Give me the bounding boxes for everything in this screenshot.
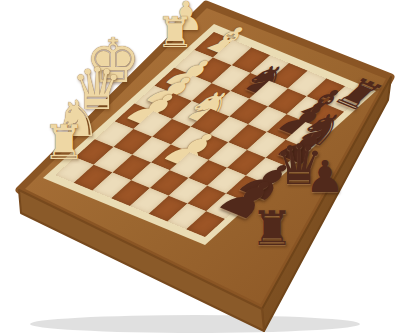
ground-shadow [30,315,360,333]
chess-set-photo: ♝♜♞♝♟♟♞♟♞♟♟♟♟♟ ♟♜♚♛♞♜♛♟♜ [0,0,400,335]
